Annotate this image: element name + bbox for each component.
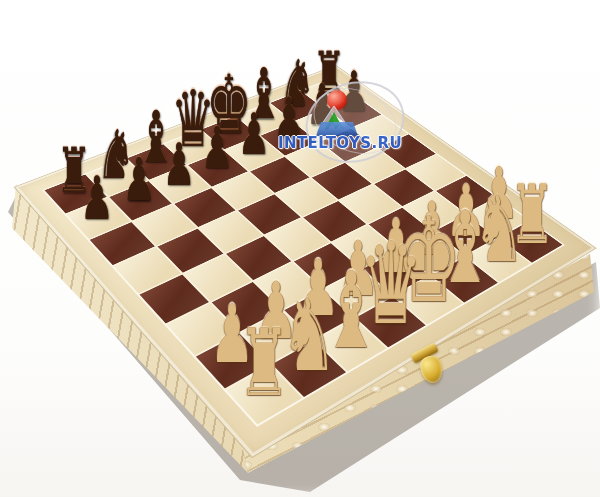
watermark-text: INTELTOYS.RU <box>278 134 398 152</box>
chess-set-photo: ♜♞♝♛♚♝♞♜♟♟♟♟♟♟♟♟♟♟♟♟♟♟♟♟♜♞♝♛♚♝♞♜ INTELTO… <box>0 0 600 497</box>
watermark: INTELTOYS.RU <box>278 76 398 154</box>
